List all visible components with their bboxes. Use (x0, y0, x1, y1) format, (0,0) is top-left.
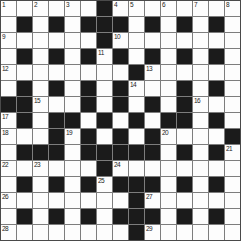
cell[interactable] (65, 161, 80, 176)
black-cell (113, 97, 128, 112)
cell[interactable] (177, 193, 192, 208)
cell[interactable] (129, 129, 144, 144)
cell[interactable] (193, 209, 208, 224)
black-cell (145, 129, 160, 144)
cell[interactable] (129, 97, 144, 112)
cell[interactable] (33, 177, 48, 192)
cell[interactable] (97, 65, 112, 80)
cell[interactable] (65, 17, 80, 32)
cell[interactable] (17, 65, 32, 80)
black-cell (49, 145, 64, 160)
cell[interactable] (1, 81, 16, 96)
cell[interactable] (97, 97, 112, 112)
black-cell (81, 209, 96, 224)
black-cell (177, 97, 192, 112)
clue-number: 12 (2, 65, 8, 72)
cell[interactable] (65, 65, 80, 80)
cell[interactable]: 26 (1, 193, 16, 208)
cell[interactable] (209, 97, 224, 112)
cell[interactable] (145, 33, 160, 48)
black-cell (113, 177, 128, 192)
cell[interactable] (17, 129, 32, 144)
black-cell (81, 17, 96, 32)
cell[interactable] (129, 49, 144, 64)
clue-number: 27 (146, 193, 152, 200)
cell[interactable] (33, 113, 48, 128)
black-cell (17, 49, 32, 64)
cell[interactable] (65, 193, 80, 208)
cell[interactable] (33, 225, 48, 240)
cell[interactable]: 25 (97, 177, 112, 192)
black-cell (1, 97, 16, 112)
cell[interactable]: 10 (113, 33, 128, 48)
black-cell (177, 209, 192, 224)
black-cell (209, 81, 224, 96)
black-cell (129, 193, 144, 208)
black-cell (81, 81, 96, 96)
clue-number: 20 (162, 129, 168, 136)
cell[interactable] (177, 65, 192, 80)
black-cell (17, 81, 32, 96)
cell[interactable]: 1 (1, 1, 16, 16)
black-cell (209, 209, 224, 224)
cell[interactable]: 23 (33, 161, 48, 176)
cell[interactable] (81, 65, 96, 80)
cell[interactable] (209, 1, 224, 16)
cell[interactable]: 24 (113, 161, 128, 176)
clue-number: 18 (2, 129, 8, 136)
cell[interactable]: 12 (1, 65, 16, 80)
cell[interactable] (1, 177, 16, 192)
black-cell (129, 65, 144, 80)
black-cell (209, 113, 224, 128)
black-cell (49, 81, 64, 96)
black-cell (97, 1, 112, 16)
cell[interactable] (161, 17, 176, 32)
black-cell (177, 49, 192, 64)
cell[interactable]: 4 (113, 1, 128, 16)
cell[interactable] (225, 209, 240, 224)
cell[interactable] (161, 33, 176, 48)
clue-number: 14 (130, 81, 136, 88)
clue-number: 26 (2, 193, 8, 200)
black-cell (145, 49, 160, 64)
black-cell (113, 49, 128, 64)
cell[interactable] (97, 225, 112, 240)
cell[interactable] (97, 81, 112, 96)
cell[interactable]: 17 (1, 113, 16, 128)
clue-number: 6 (162, 1, 165, 8)
black-cell (97, 145, 112, 160)
cell[interactable] (113, 193, 128, 208)
clue-number: 13 (146, 65, 152, 72)
cell[interactable] (161, 225, 176, 240)
cell[interactable] (145, 81, 160, 96)
cell[interactable] (97, 129, 112, 144)
black-cell (129, 209, 144, 224)
black-cell (177, 113, 192, 128)
cell[interactable] (65, 225, 80, 240)
clue-number: 29 (146, 225, 152, 232)
black-cell (113, 209, 128, 224)
black-cell (161, 113, 176, 128)
clue-number: 11 (98, 49, 104, 56)
black-cell (145, 209, 160, 224)
cell[interactable] (177, 33, 192, 48)
black-cell (145, 177, 160, 192)
black-cell (17, 177, 32, 192)
cell[interactable] (17, 33, 32, 48)
black-cell (17, 17, 32, 32)
cell[interactable] (65, 145, 80, 160)
cell[interactable] (129, 17, 144, 32)
black-cell (81, 129, 96, 144)
clue-number: 10 (114, 33, 120, 40)
clue-number: 4 (114, 1, 117, 8)
cell[interactable] (161, 193, 176, 208)
black-cell (97, 113, 112, 128)
cell[interactable]: 6 (161, 1, 176, 16)
cell[interactable] (81, 113, 96, 128)
cell[interactable] (161, 97, 176, 112)
cell[interactable] (225, 97, 240, 112)
cell[interactable]: 27 (145, 193, 160, 208)
cell[interactable] (177, 1, 192, 16)
cell[interactable] (129, 33, 144, 48)
cell[interactable] (145, 113, 160, 128)
cell[interactable] (49, 33, 64, 48)
cell[interactable] (65, 81, 80, 96)
cell[interactable]: 5 (129, 1, 144, 16)
black-cell (17, 113, 32, 128)
black-cell (209, 49, 224, 64)
black-cell (49, 129, 64, 144)
black-cell (209, 145, 224, 160)
cell[interactable] (33, 193, 48, 208)
cell[interactable] (209, 193, 224, 208)
cell[interactable] (193, 81, 208, 96)
black-cell (177, 17, 192, 32)
black-cell (81, 97, 96, 112)
cell[interactable] (225, 33, 240, 48)
cell[interactable]: 3 (65, 1, 80, 16)
cell[interactable] (177, 129, 192, 144)
cell[interactable] (17, 193, 32, 208)
black-cell (17, 145, 32, 160)
cell[interactable] (225, 65, 240, 80)
black-cell (65, 113, 80, 128)
cell[interactable] (1, 209, 16, 224)
black-cell (49, 113, 64, 128)
cell[interactable] (193, 161, 208, 176)
cell[interactable] (161, 81, 176, 96)
cell[interactable] (49, 193, 64, 208)
black-cell (129, 177, 144, 192)
black-cell (81, 145, 96, 160)
cell[interactable] (113, 113, 128, 128)
black-cell (97, 161, 112, 176)
cell[interactable] (65, 49, 80, 64)
black-cell (225, 129, 240, 144)
clue-number: 16 (194, 97, 200, 104)
cell[interactable]: 2 (33, 1, 48, 16)
black-cell (17, 209, 32, 224)
cell[interactable] (17, 225, 32, 240)
black-cell (97, 33, 112, 48)
cell[interactable] (193, 65, 208, 80)
cell[interactable] (193, 33, 208, 48)
black-cell (49, 177, 64, 192)
black-cell (17, 97, 32, 112)
cell[interactable] (49, 161, 64, 176)
cell[interactable] (81, 193, 96, 208)
black-cell (49, 49, 64, 64)
black-cell (113, 145, 128, 160)
cell[interactable] (97, 209, 112, 224)
cell[interactable] (161, 209, 176, 224)
black-cell (209, 17, 224, 32)
cell[interactable] (1, 145, 16, 160)
clue-number: 17 (2, 113, 8, 120)
cell[interactable] (1, 17, 16, 32)
cell[interactable] (113, 225, 128, 240)
cell[interactable]: 22 (1, 161, 16, 176)
black-cell (129, 145, 144, 160)
cell[interactable] (225, 81, 240, 96)
black-cell (33, 145, 48, 160)
cell[interactable] (193, 113, 208, 128)
black-cell (129, 113, 144, 128)
cell[interactable] (49, 97, 64, 112)
black-cell (113, 129, 128, 144)
cell[interactable] (193, 17, 208, 32)
cell[interactable]: 11 (97, 49, 112, 64)
cell[interactable] (209, 225, 224, 240)
cell[interactable] (209, 33, 224, 48)
cell[interactable] (161, 161, 176, 176)
clue-number: 22 (2, 161, 8, 168)
clue-number: 1 (2, 1, 5, 8)
black-cell (209, 177, 224, 192)
cell[interactable]: 29 (145, 225, 160, 240)
black-cell (113, 81, 128, 96)
cell[interactable] (193, 129, 208, 144)
cell[interactable] (209, 161, 224, 176)
cell[interactable] (177, 225, 192, 240)
clue-number: 5 (130, 1, 133, 8)
clue-number: 25 (98, 177, 104, 184)
cell[interactable] (193, 225, 208, 240)
cell[interactable] (33, 49, 48, 64)
cell[interactable] (193, 49, 208, 64)
cell[interactable] (49, 65, 64, 80)
cell[interactable]: 20 (161, 129, 176, 144)
clue-number: 8 (226, 1, 229, 8)
cell[interactable]: 28 (1, 225, 16, 240)
cell[interactable] (225, 113, 240, 128)
cell[interactable]: 15 (33, 97, 48, 112)
cell[interactable]: 19 (65, 129, 80, 144)
cell[interactable] (33, 129, 48, 144)
clue-number: 19 (66, 129, 72, 136)
cell[interactable] (145, 161, 160, 176)
cell[interactable] (33, 209, 48, 224)
clue-number: 9 (2, 33, 5, 40)
clue-number: 24 (114, 161, 120, 168)
cell[interactable] (33, 17, 48, 32)
cell[interactable] (225, 225, 240, 240)
cell[interactable] (49, 1, 64, 16)
cell[interactable] (145, 1, 160, 16)
cell[interactable] (225, 193, 240, 208)
black-cell (177, 177, 192, 192)
cell[interactable] (97, 193, 112, 208)
black-cell (145, 17, 160, 32)
cell[interactable] (193, 177, 208, 192)
cell[interactable] (49, 225, 64, 240)
cell[interactable] (177, 161, 192, 176)
cell[interactable] (113, 65, 128, 80)
cell[interactable] (65, 97, 80, 112)
cell[interactable]: 13 (145, 65, 160, 80)
black-cell (177, 145, 192, 160)
cell[interactable] (33, 33, 48, 48)
cell[interactable] (81, 33, 96, 48)
cell[interactable] (225, 177, 240, 192)
cell[interactable] (161, 49, 176, 64)
cell[interactable] (161, 145, 176, 160)
clue-number: 2 (34, 1, 37, 8)
cell[interactable] (1, 49, 16, 64)
cell[interactable]: 21 (225, 145, 240, 160)
clue-number: 28 (2, 225, 8, 232)
black-cell (81, 177, 96, 192)
cell[interactable]: 18 (1, 129, 16, 144)
cell[interactable] (225, 17, 240, 32)
cell[interactable]: 14 (129, 81, 144, 96)
cell[interactable]: 7 (193, 1, 208, 16)
cell[interactable] (225, 49, 240, 64)
cell[interactable] (33, 65, 48, 80)
cell[interactable] (17, 161, 32, 176)
black-cell (81, 49, 96, 64)
cell[interactable]: 16 (193, 97, 208, 112)
clue-number: 21 (226, 145, 232, 152)
cell[interactable] (65, 209, 80, 224)
black-cell (177, 81, 192, 96)
cell[interactable] (33, 81, 48, 96)
cell[interactable] (17, 1, 32, 16)
cell[interactable] (193, 145, 208, 160)
black-cell (145, 97, 160, 112)
clue-number: 7 (194, 1, 197, 8)
black-cell (49, 209, 64, 224)
cell[interactable] (209, 129, 224, 144)
cell[interactable] (65, 33, 80, 48)
black-cell (145, 145, 160, 160)
black-cell (129, 225, 144, 240)
cell[interactable] (161, 177, 176, 192)
cell[interactable] (81, 1, 96, 16)
cell[interactable] (209, 65, 224, 80)
cell[interactable] (161, 65, 176, 80)
cell[interactable] (81, 225, 96, 240)
cell[interactable]: 9 (1, 33, 16, 48)
crossword-board: 1234567891011121314151617181920212223242… (0, 0, 241, 241)
cell[interactable] (193, 193, 208, 208)
cell[interactable] (65, 177, 80, 192)
black-cell (49, 17, 64, 32)
black-cell (113, 17, 128, 32)
cell[interactable] (129, 161, 144, 176)
cell[interactable] (225, 161, 240, 176)
clue-number: 23 (34, 161, 40, 168)
crossword-page: 1234567891011121314151617181920212223242… (0, 0, 242, 241)
cell[interactable]: 8 (225, 1, 240, 16)
clue-number: 3 (66, 1, 69, 8)
black-cell (97, 17, 112, 32)
cell[interactable] (81, 161, 96, 176)
clue-number: 15 (34, 97, 40, 104)
